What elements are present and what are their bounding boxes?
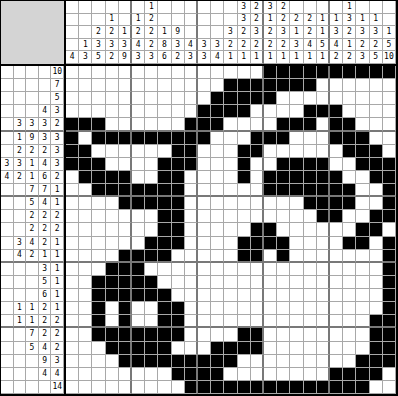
grid-cell[interactable]	[185, 368, 198, 381]
grid-cell[interactable]	[79, 223, 92, 236]
grid-cell[interactable]	[158, 210, 171, 223]
grid-cell[interactable]	[370, 118, 383, 131]
grid-cell[interactable]	[106, 342, 119, 355]
grid-cell[interactable]	[304, 197, 317, 210]
grid-cell[interactable]	[290, 381, 303, 394]
grid-cell[interactable]	[79, 302, 92, 315]
grid-cell[interactable]	[383, 105, 396, 118]
grid-cell[interactable]	[290, 66, 303, 79]
grid-cell[interactable]	[211, 223, 224, 236]
grid-cell[interactable]	[211, 289, 224, 302]
grid-cell[interactable]	[79, 355, 92, 368]
grid-cell[interactable]	[198, 302, 211, 315]
grid-cell[interactable]	[343, 184, 356, 197]
grid-cell[interactable]	[304, 92, 317, 105]
grid-cell[interactable]	[304, 171, 317, 184]
grid-cell[interactable]	[277, 118, 290, 131]
grid-cell[interactable]	[290, 237, 303, 250]
grid-cell[interactable]	[66, 237, 79, 250]
grid-cell[interactable]	[370, 302, 383, 315]
grid-cell[interactable]	[92, 315, 105, 328]
grid-cell[interactable]	[356, 302, 369, 315]
grid-cell[interactable]	[224, 158, 237, 171]
grid-cell[interactable]	[370, 368, 383, 381]
grid-cell[interactable]	[330, 158, 343, 171]
grid-cell[interactable]	[264, 237, 277, 250]
grid-cell[interactable]	[343, 302, 356, 315]
grid-cell[interactable]	[172, 342, 185, 355]
grid-cell[interactable]	[132, 328, 145, 341]
grid-cell[interactable]	[158, 237, 171, 250]
grid-cell[interactable]	[79, 342, 92, 355]
grid-cell[interactable]	[238, 328, 251, 341]
grid-cell[interactable]	[356, 197, 369, 210]
grid-cell[interactable]	[238, 368, 251, 381]
grid-cell[interactable]	[251, 223, 264, 236]
grid-cell[interactable]	[330, 237, 343, 250]
grid-cell[interactable]	[290, 250, 303, 263]
grid-cell[interactable]	[66, 368, 79, 381]
grid-cell[interactable]	[290, 276, 303, 289]
grid-cell[interactable]	[198, 263, 211, 276]
grid-cell[interactable]	[172, 302, 185, 315]
grid-cell[interactable]	[132, 355, 145, 368]
grid-cell[interactable]	[198, 158, 211, 171]
grid-cell[interactable]	[224, 328, 237, 341]
grid-cell[interactable]	[277, 92, 290, 105]
grid-cell[interactable]	[330, 355, 343, 368]
grid-cell[interactable]	[158, 368, 171, 381]
grid-cell[interactable]	[370, 223, 383, 236]
grid-cell[interactable]	[330, 92, 343, 105]
grid-cell[interactable]	[370, 197, 383, 210]
grid-cell[interactable]	[264, 250, 277, 263]
grid-cell[interactable]	[370, 315, 383, 328]
grid-cell[interactable]	[172, 237, 185, 250]
grid-cell[interactable]	[119, 92, 132, 105]
grid-cell[interactable]	[370, 92, 383, 105]
grid-cell[interactable]	[343, 355, 356, 368]
grid-cell[interactable]	[145, 276, 158, 289]
grid-cell[interactable]	[224, 289, 237, 302]
grid-cell[interactable]	[343, 105, 356, 118]
grid-cell[interactable]	[330, 289, 343, 302]
grid-cell[interactable]	[172, 79, 185, 92]
grid-cell[interactable]	[224, 276, 237, 289]
grid-cell[interactable]	[132, 210, 145, 223]
grid-cell[interactable]	[145, 355, 158, 368]
grid-cell[interactable]	[251, 171, 264, 184]
grid-cell[interactable]	[317, 158, 330, 171]
grid-cell[interactable]	[264, 92, 277, 105]
grid-cell[interactable]	[330, 276, 343, 289]
grid-cell[interactable]	[277, 223, 290, 236]
grid-cell[interactable]	[356, 237, 369, 250]
grid-cell[interactable]	[92, 145, 105, 158]
grid-cell[interactable]	[251, 368, 264, 381]
grid-cell[interactable]	[106, 368, 119, 381]
grid-cell[interactable]	[356, 250, 369, 263]
grid-cell[interactable]	[198, 105, 211, 118]
grid-cell[interactable]	[211, 92, 224, 105]
grid-cell[interactable]	[172, 66, 185, 79]
grid-cell[interactable]	[119, 355, 132, 368]
grid-cell[interactable]	[224, 132, 237, 145]
grid-cell[interactable]	[145, 92, 158, 105]
grid-cell[interactable]	[264, 105, 277, 118]
grid-cell[interactable]	[198, 118, 211, 131]
grid-cell[interactable]	[238, 132, 251, 145]
grid-cell[interactable]	[264, 79, 277, 92]
grid-cell[interactable]	[119, 158, 132, 171]
grid-cell[interactable]	[198, 132, 211, 145]
grid-cell[interactable]	[106, 158, 119, 171]
grid-cell[interactable]	[172, 184, 185, 197]
grid-cell[interactable]	[211, 315, 224, 328]
grid-cell[interactable]	[251, 118, 264, 131]
grid-cell[interactable]	[198, 276, 211, 289]
grid-cell[interactable]	[251, 315, 264, 328]
grid-cell[interactable]	[356, 315, 369, 328]
grid-cell[interactable]	[383, 250, 396, 263]
grid-cell[interactable]	[145, 289, 158, 302]
grid-cell[interactable]	[251, 184, 264, 197]
grid-cell[interactable]	[277, 355, 290, 368]
grid-cell[interactable]	[106, 184, 119, 197]
grid-cell[interactable]	[290, 79, 303, 92]
grid-cell[interactable]	[66, 66, 79, 79]
grid-cell[interactable]	[132, 342, 145, 355]
grid-cell[interactable]	[224, 171, 237, 184]
grid-cell[interactable]	[172, 171, 185, 184]
grid-cell[interactable]	[132, 263, 145, 276]
grid-cell[interactable]	[158, 289, 171, 302]
grid-cell[interactable]	[211, 328, 224, 341]
grid-cell[interactable]	[79, 289, 92, 302]
grid-cell[interactable]	[356, 66, 369, 79]
grid-cell[interactable]	[277, 132, 290, 145]
grid-cell[interactable]	[106, 276, 119, 289]
grid-cell[interactable]	[251, 237, 264, 250]
grid-cell[interactable]	[224, 197, 237, 210]
grid-cell[interactable]	[79, 276, 92, 289]
grid-cell[interactable]	[343, 171, 356, 184]
grid-cell[interactable]	[356, 105, 369, 118]
grid-cell[interactable]	[79, 381, 92, 394]
grid-cell[interactable]	[383, 145, 396, 158]
grid-cell[interactable]	[145, 223, 158, 236]
grid-cell[interactable]	[330, 210, 343, 223]
grid-cell[interactable]	[264, 289, 277, 302]
grid-cell[interactable]	[330, 381, 343, 394]
grid-cell[interactable]	[119, 145, 132, 158]
grid-cell[interactable]	[198, 210, 211, 223]
grid-cell[interactable]	[356, 289, 369, 302]
grid-cell[interactable]	[264, 66, 277, 79]
grid-cell[interactable]	[383, 237, 396, 250]
grid-cell[interactable]	[106, 197, 119, 210]
grid-cell[interactable]	[238, 237, 251, 250]
grid-cell[interactable]	[370, 237, 383, 250]
grid-cell[interactable]	[304, 315, 317, 328]
grid-cell[interactable]	[145, 342, 158, 355]
grid-cell[interactable]	[356, 355, 369, 368]
grid-cell[interactable]	[317, 381, 330, 394]
grid-cell[interactable]	[238, 118, 251, 131]
grid-cell[interactable]	[290, 315, 303, 328]
grid-cell[interactable]	[132, 302, 145, 315]
grid-cell[interactable]	[356, 171, 369, 184]
grid-cell[interactable]	[383, 276, 396, 289]
grid-cell[interactable]	[198, 223, 211, 236]
grid-cell[interactable]	[290, 210, 303, 223]
grid-cell[interactable]	[277, 250, 290, 263]
grid-cell[interactable]	[330, 145, 343, 158]
grid-cell[interactable]	[211, 368, 224, 381]
grid-cell[interactable]	[264, 315, 277, 328]
grid-cell[interactable]	[145, 250, 158, 263]
grid-cell[interactable]	[172, 250, 185, 263]
grid-cell[interactable]	[132, 289, 145, 302]
grid-cell[interactable]	[330, 250, 343, 263]
grid-cell[interactable]	[290, 158, 303, 171]
grid-cell[interactable]	[66, 79, 79, 92]
grid-cell[interactable]	[158, 223, 171, 236]
grid-cell[interactable]	[158, 118, 171, 131]
grid-cell[interactable]	[145, 381, 158, 394]
grid-cell[interactable]	[290, 145, 303, 158]
grid-cell[interactable]	[356, 368, 369, 381]
grid-cell[interactable]	[79, 237, 92, 250]
grid-cell[interactable]	[304, 368, 317, 381]
grid-cell[interactable]	[290, 368, 303, 381]
grid-cell[interactable]	[185, 171, 198, 184]
grid-cell[interactable]	[185, 328, 198, 341]
grid-cell[interactable]	[356, 328, 369, 341]
grid-cell[interactable]	[119, 66, 132, 79]
grid-cell[interactable]	[79, 66, 92, 79]
grid-cell[interactable]	[317, 342, 330, 355]
grid-cell[interactable]	[304, 355, 317, 368]
grid-cell[interactable]	[132, 66, 145, 79]
grid-cell[interactable]	[132, 171, 145, 184]
grid-cell[interactable]	[158, 132, 171, 145]
grid-cell[interactable]	[224, 237, 237, 250]
grid-cell[interactable]	[92, 237, 105, 250]
grid-cell[interactable]	[304, 237, 317, 250]
grid-cell[interactable]	[383, 342, 396, 355]
grid-cell[interactable]	[330, 302, 343, 315]
grid-cell[interactable]	[277, 66, 290, 79]
grid-cell[interactable]	[238, 315, 251, 328]
grid-cell[interactable]	[158, 276, 171, 289]
grid-cell[interactable]	[132, 197, 145, 210]
grid-cell[interactable]	[172, 158, 185, 171]
grid-cell[interactable]	[383, 263, 396, 276]
grid-cell[interactable]	[172, 315, 185, 328]
grid-cell[interactable]	[343, 210, 356, 223]
grid-cell[interactable]	[290, 184, 303, 197]
grid-cell[interactable]	[356, 276, 369, 289]
grid-cell[interactable]	[79, 79, 92, 92]
grid-cell[interactable]	[304, 223, 317, 236]
grid-cell[interactable]	[277, 328, 290, 341]
grid-cell[interactable]	[185, 79, 198, 92]
grid-cell[interactable]	[264, 132, 277, 145]
grid-cell[interactable]	[290, 132, 303, 145]
grid-cell[interactable]	[106, 223, 119, 236]
grid-cell[interactable]	[172, 132, 185, 145]
grid-cell[interactable]	[132, 118, 145, 131]
grid-cell[interactable]	[66, 223, 79, 236]
grid-cell[interactable]	[145, 171, 158, 184]
grid-cell[interactable]	[383, 368, 396, 381]
grid-cell[interactable]	[172, 263, 185, 276]
grid-cell[interactable]	[383, 184, 396, 197]
grid-cell[interactable]	[158, 315, 171, 328]
grid-cell[interactable]	[172, 197, 185, 210]
grid-cell[interactable]	[264, 171, 277, 184]
grid-cell[interactable]	[264, 355, 277, 368]
grid-cell[interactable]	[158, 158, 171, 171]
grid-cell[interactable]	[119, 328, 132, 341]
grid-cell[interactable]	[172, 276, 185, 289]
grid-cell[interactable]	[330, 342, 343, 355]
grid-cell[interactable]	[370, 132, 383, 145]
grid-cell[interactable]	[198, 250, 211, 263]
grid-cell[interactable]	[304, 342, 317, 355]
grid-cell[interactable]	[198, 66, 211, 79]
grid-cell[interactable]	[304, 66, 317, 79]
grid-cell[interactable]	[92, 158, 105, 171]
grid-cell[interactable]	[119, 263, 132, 276]
grid-cell[interactable]	[119, 210, 132, 223]
grid-cell[interactable]	[211, 197, 224, 210]
grid-cell[interactable]	[185, 315, 198, 328]
grid-cell[interactable]	[383, 223, 396, 236]
grid-cell[interactable]	[66, 145, 79, 158]
grid-cell[interactable]	[238, 184, 251, 197]
grid-cell[interactable]	[145, 66, 158, 79]
grid-cell[interactable]	[145, 368, 158, 381]
grid-cell[interactable]	[132, 250, 145, 263]
grid-cell[interactable]	[356, 92, 369, 105]
grid-cell[interactable]	[119, 289, 132, 302]
grid-cell[interactable]	[317, 223, 330, 236]
grid-cell[interactable]	[330, 118, 343, 131]
grid-cell[interactable]	[317, 250, 330, 263]
grid-cell[interactable]	[383, 210, 396, 223]
grid-cell[interactable]	[92, 197, 105, 210]
grid-cell[interactable]	[370, 171, 383, 184]
grid-cell[interactable]	[224, 381, 237, 394]
grid-cell[interactable]	[343, 328, 356, 341]
grid-cell[interactable]	[343, 263, 356, 276]
grid-cell[interactable]	[251, 158, 264, 171]
grid-cell[interactable]	[304, 105, 317, 118]
grid-cell[interactable]	[145, 184, 158, 197]
grid-cell[interactable]	[383, 132, 396, 145]
grid-cell[interactable]	[290, 302, 303, 315]
grid-cell[interactable]	[172, 223, 185, 236]
grid-cell[interactable]	[66, 263, 79, 276]
grid-cell[interactable]	[106, 171, 119, 184]
grid-cell[interactable]	[119, 184, 132, 197]
grid-cell[interactable]	[251, 263, 264, 276]
grid-cell[interactable]	[317, 171, 330, 184]
grid-cell[interactable]	[343, 66, 356, 79]
grid-cell[interactable]	[145, 158, 158, 171]
grid-cell[interactable]	[145, 132, 158, 145]
grid-cell[interactable]	[290, 118, 303, 131]
grid-cell[interactable]	[304, 145, 317, 158]
grid-cell[interactable]	[264, 381, 277, 394]
grid-cell[interactable]	[290, 263, 303, 276]
grid-cell[interactable]	[106, 263, 119, 276]
grid-cell[interactable]	[383, 328, 396, 341]
grid-cell[interactable]	[66, 302, 79, 315]
grid-cell[interactable]	[356, 184, 369, 197]
grid-cell[interactable]	[198, 145, 211, 158]
grid-cell[interactable]	[185, 223, 198, 236]
grid-cell[interactable]	[145, 315, 158, 328]
grid-cell[interactable]	[106, 237, 119, 250]
grid-cell[interactable]	[92, 210, 105, 223]
grid-cell[interactable]	[383, 171, 396, 184]
grid-cell[interactable]	[92, 368, 105, 381]
grid-cell[interactable]	[92, 355, 105, 368]
grid-cell[interactable]	[251, 105, 264, 118]
grid-cell[interactable]	[238, 250, 251, 263]
grid-cell[interactable]	[119, 250, 132, 263]
grid-cell[interactable]	[106, 79, 119, 92]
grid-cell[interactable]	[211, 184, 224, 197]
grid-cell[interactable]	[317, 276, 330, 289]
grid-cell[interactable]	[343, 250, 356, 263]
grid-cell[interactable]	[370, 79, 383, 92]
grid-cell[interactable]	[238, 381, 251, 394]
grid-cell[interactable]	[383, 302, 396, 315]
grid-cell[interactable]	[264, 368, 277, 381]
grid-cell[interactable]	[185, 132, 198, 145]
grid-cell[interactable]	[343, 276, 356, 289]
grid-cell[interactable]	[185, 289, 198, 302]
grid-cell[interactable]	[79, 210, 92, 223]
grid-cell[interactable]	[145, 237, 158, 250]
grid-cell[interactable]	[277, 289, 290, 302]
grid-cell[interactable]	[172, 328, 185, 341]
grid-cell[interactable]	[330, 223, 343, 236]
grid-cell[interactable]	[132, 105, 145, 118]
grid-cell[interactable]	[92, 92, 105, 105]
grid-cell[interactable]	[119, 237, 132, 250]
grid-cell[interactable]	[198, 237, 211, 250]
grid-cell[interactable]	[92, 381, 105, 394]
grid-cell[interactable]	[317, 289, 330, 302]
grid-cell[interactable]	[290, 105, 303, 118]
grid-cell[interactable]	[304, 210, 317, 223]
grid-cell[interactable]	[224, 92, 237, 105]
grid-cell[interactable]	[158, 92, 171, 105]
grid-cell[interactable]	[330, 79, 343, 92]
grid-cell[interactable]	[370, 184, 383, 197]
grid-cell[interactable]	[224, 263, 237, 276]
grid-cell[interactable]	[343, 237, 356, 250]
grid-cell[interactable]	[277, 158, 290, 171]
grid-cell[interactable]	[343, 342, 356, 355]
grid-cell[interactable]	[132, 184, 145, 197]
grid-cell[interactable]	[224, 145, 237, 158]
